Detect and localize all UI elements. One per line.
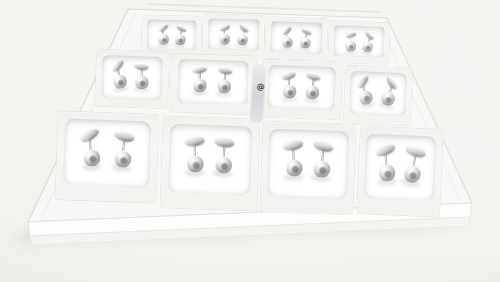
stud-ball-end [219, 33, 230, 44]
ball-stud-1 [218, 24, 230, 44]
ball-stud-2 [216, 66, 232, 94]
stud-disc-head [219, 23, 230, 31]
stud-ball-end [299, 36, 311, 48]
stud-disc-head [306, 70, 321, 81]
stud-ball-end [236, 33, 249, 46]
compartment-recess [334, 25, 384, 58]
ball-stud-1 [192, 65, 206, 92]
compartment-r1c1 [141, 15, 201, 57]
stud-ball-end [361, 40, 374, 53]
ball-stud-2 [401, 144, 428, 184]
stud-ball-end [216, 79, 231, 94]
ball-stud-2 [305, 72, 322, 100]
stud-disc-head [406, 143, 428, 159]
compartment-r2c4 [344, 66, 412, 126]
compartment-recess [168, 124, 253, 195]
compartment-recess [208, 18, 259, 50]
stud-ball-end [113, 150, 132, 169]
ball-stud-2 [361, 31, 376, 53]
compartment-recess [147, 19, 196, 51]
stud-disc-head [214, 134, 235, 147]
stud-ball-end [358, 89, 375, 106]
compartment-recess [177, 59, 249, 106]
compartment-r1c3 [265, 17, 327, 60]
compartment-r3c1 [55, 111, 158, 202]
stud-ball-end [380, 90, 397, 107]
stud-disc-head [134, 61, 149, 70]
ball-stud-1 [355, 76, 374, 105]
stud-ball-end [82, 149, 100, 167]
stud-disc-head [365, 29, 375, 40]
stud-ball-end [285, 160, 302, 177]
stud-ball-end [312, 160, 331, 179]
stud-disc-head [345, 30, 356, 37]
compartment-r1c2 [202, 14, 264, 57]
stud-ball-end [157, 34, 169, 46]
ball-stud-2 [112, 130, 136, 169]
stud-disc-head [281, 25, 292, 35]
ball-stud-2 [134, 62, 148, 89]
stud-ball-end [402, 164, 422, 184]
stud-disc-head [184, 134, 205, 146]
ball-stud-1 [375, 144, 397, 182]
compartment-r3c4 [357, 126, 443, 216]
stud-disc-head [239, 22, 250, 32]
stud-ball-end [214, 155, 232, 173]
ball-stud-1 [157, 25, 170, 46]
stud-disc-head [281, 70, 296, 80]
ball-stud-2 [236, 24, 250, 46]
stud-stem [194, 144, 196, 156]
stud-ball-end [174, 34, 186, 46]
stud-disc-head [192, 65, 207, 74]
stud-ball-end [112, 73, 128, 89]
stud-disc-head [374, 141, 396, 157]
compartment-recess [349, 71, 406, 117]
ball-stud-2 [213, 135, 236, 173]
stud-ball-end [345, 40, 356, 51]
compartment-recess [63, 119, 151, 188]
stud-ball-end [281, 36, 293, 48]
compartment-recess [271, 21, 322, 54]
ball-stud-2 [299, 27, 312, 48]
stud-ball-end [282, 84, 297, 99]
ball-stud-1 [280, 27, 293, 48]
photo-jewelry-case: @ [0, 0, 500, 282]
stud-ball-end [192, 78, 206, 92]
compartment-r3c3 [260, 121, 355, 214]
compartment-recess [364, 133, 437, 201]
ball-stud-2 [311, 140, 335, 179]
stud-ball-end [377, 164, 395, 182]
compartment-r2c2 [170, 54, 256, 115]
ball-stud-1 [281, 71, 296, 99]
compartment-r1c4 [328, 21, 389, 64]
compartment-r3c2 [160, 116, 259, 210]
compartment-recess [268, 65, 336, 111]
ball-stud-1 [110, 60, 128, 89]
compartment-grid [0, 0, 500, 282]
compartment-recess [101, 55, 163, 100]
ball-stud-1 [345, 31, 356, 51]
stud-ball-end [186, 155, 203, 172]
stud-disc-head [301, 26, 312, 35]
ball-stud-2 [174, 25, 187, 46]
compartment-r2c1 [95, 50, 169, 108]
stud-disc-head [114, 128, 136, 143]
stud-disc-head [218, 65, 233, 75]
ball-stud-1 [79, 129, 102, 168]
ball-stud-2 [380, 77, 401, 107]
compartment-r2c3 [261, 60, 342, 120]
stud-ball-end [305, 84, 320, 99]
stud-ball-end [134, 75, 148, 89]
compartment-recess [267, 129, 348, 199]
ball-stud-1 [283, 140, 304, 177]
stud-disc-head [386, 75, 400, 91]
ball-stud-1 [185, 135, 205, 172]
stud-disc-head [282, 138, 304, 152]
